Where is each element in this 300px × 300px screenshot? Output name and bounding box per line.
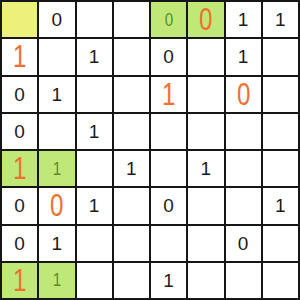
given-digit: 1 bbox=[89, 47, 100, 66]
cell-r1c2[interactable]: 1 bbox=[77, 39, 112, 74]
cell-r3c2[interactable]: 1 bbox=[77, 114, 112, 149]
cell-r7c4[interactable]: 1 bbox=[151, 263, 186, 298]
cell-r3c0[interactable]: 0 bbox=[2, 114, 37, 149]
cell-r6c6[interactable]: 0 bbox=[226, 226, 261, 261]
cell-r4c2[interactable] bbox=[77, 151, 112, 186]
given-digit: 1 bbox=[238, 47, 249, 66]
cell-r2c1[interactable]: 1 bbox=[39, 77, 74, 112]
user-digit: 1 bbox=[13, 153, 26, 184]
cell-r7c1[interactable]: 1 bbox=[39, 263, 74, 298]
cell-r1c3[interactable] bbox=[114, 39, 149, 74]
given-digit: 0 bbox=[163, 47, 174, 66]
cell-r4c7[interactable] bbox=[263, 151, 298, 186]
cell-r1c7[interactable] bbox=[263, 39, 298, 74]
cell-r3c3[interactable] bbox=[114, 114, 149, 149]
given-digit: 0 bbox=[163, 196, 174, 215]
cell-r2c2[interactable] bbox=[77, 77, 112, 112]
user-digit: 0 bbox=[199, 4, 212, 35]
cell-r2c0[interactable]: 0 bbox=[2, 77, 37, 112]
given-digit: 1 bbox=[52, 234, 63, 253]
cell-r5c4[interactable]: 0 bbox=[151, 188, 186, 223]
cell-r5c2[interactable]: 1 bbox=[77, 188, 112, 223]
cell-r2c4[interactable]: 1 bbox=[151, 77, 186, 112]
cell-r0c0[interactable] bbox=[2, 2, 37, 37]
user-digit: 1 bbox=[162, 79, 175, 110]
cell-r3c5[interactable] bbox=[188, 114, 223, 149]
cell-r7c0[interactable]: 1 bbox=[2, 263, 37, 298]
given-digit: 1 bbox=[89, 196, 100, 215]
given-digit: 1 bbox=[89, 122, 100, 141]
cell-r6c0[interactable]: 0 bbox=[2, 226, 37, 261]
cell-r5c6[interactable] bbox=[226, 188, 261, 223]
given-digit: 1 bbox=[275, 196, 286, 215]
given-digit: 0 bbox=[52, 10, 63, 29]
cell-r6c1[interactable]: 1 bbox=[39, 226, 74, 261]
cell-r2c6[interactable]: 0 bbox=[226, 77, 261, 112]
cell-r3c6[interactable] bbox=[226, 114, 261, 149]
given-digit: 1 bbox=[275, 10, 286, 29]
cell-r0c3[interactable] bbox=[114, 2, 149, 37]
cell-r2c5[interactable] bbox=[188, 77, 223, 112]
cell-r1c4[interactable]: 0 bbox=[151, 39, 186, 74]
cell-r4c5[interactable]: 1 bbox=[188, 151, 223, 186]
given-digit: 1 bbox=[52, 85, 63, 104]
given-digit: 0 bbox=[14, 85, 25, 104]
cell-r5c3[interactable] bbox=[114, 188, 149, 223]
cell-r0c7[interactable]: 1 bbox=[263, 2, 298, 37]
given-digit: 1 bbox=[126, 159, 137, 178]
cell-r5c1[interactable]: 0 bbox=[39, 188, 74, 223]
cell-r2c3[interactable] bbox=[114, 77, 149, 112]
cell-r2c7[interactable] bbox=[263, 77, 298, 112]
given-digit: 1 bbox=[238, 10, 249, 29]
user-digit: 1 bbox=[13, 265, 26, 296]
cell-r0c6[interactable]: 1 bbox=[226, 2, 261, 37]
cell-r5c0[interactable]: 0 bbox=[2, 188, 37, 223]
cell-r7c7[interactable] bbox=[263, 263, 298, 298]
given-digit: 0 bbox=[14, 196, 25, 215]
user-digit: 0 bbox=[236, 79, 249, 110]
cell-r0c1[interactable]: 0 bbox=[39, 2, 74, 37]
cell-r1c0[interactable]: 1 bbox=[2, 39, 37, 74]
given-digit: 0 bbox=[14, 234, 25, 253]
user-digit: 1 bbox=[13, 41, 26, 72]
puzzle-board: 000111101011001111100101010111 bbox=[0, 0, 300, 300]
cell-r4c6[interactable] bbox=[226, 151, 261, 186]
cell-r7c2[interactable] bbox=[77, 263, 112, 298]
given-digit: 0 bbox=[14, 122, 25, 141]
cell-r1c5[interactable] bbox=[188, 39, 223, 74]
cell-r6c2[interactable] bbox=[77, 226, 112, 261]
given-digit: 1 bbox=[163, 271, 174, 290]
cell-r3c1[interactable] bbox=[39, 114, 74, 149]
cell-r6c3[interactable] bbox=[114, 226, 149, 261]
cell-r4c0[interactable]: 1 bbox=[2, 151, 37, 186]
cell-r0c2[interactable] bbox=[77, 2, 112, 37]
given-digit: 0 bbox=[238, 234, 249, 253]
cell-r3c7[interactable] bbox=[263, 114, 298, 149]
hint-digit: 1 bbox=[53, 160, 62, 178]
cell-r5c5[interactable] bbox=[188, 188, 223, 223]
cell-r1c1[interactable] bbox=[39, 39, 74, 74]
cell-r7c3[interactable] bbox=[114, 263, 149, 298]
user-digit: 0 bbox=[50, 190, 63, 221]
hint-digit: 0 bbox=[164, 11, 173, 29]
cell-r1c6[interactable]: 1 bbox=[226, 39, 261, 74]
given-digit: 1 bbox=[201, 159, 212, 178]
cell-r6c5[interactable] bbox=[188, 226, 223, 261]
cell-r5c7[interactable]: 1 bbox=[263, 188, 298, 223]
hint-digit: 1 bbox=[53, 271, 62, 289]
cell-r7c6[interactable] bbox=[226, 263, 261, 298]
cell-r6c4[interactable] bbox=[151, 226, 186, 261]
cell-r0c4[interactable]: 0 bbox=[151, 2, 186, 37]
cell-r4c4[interactable] bbox=[151, 151, 186, 186]
cell-r3c4[interactable] bbox=[151, 114, 186, 149]
cell-r4c3[interactable]: 1 bbox=[114, 151, 149, 186]
cell-r7c5[interactable] bbox=[188, 263, 223, 298]
cell-r0c5[interactable]: 0 bbox=[188, 2, 223, 37]
cell-r4c1[interactable]: 1 bbox=[39, 151, 74, 186]
cell-r6c7[interactable] bbox=[263, 226, 298, 261]
